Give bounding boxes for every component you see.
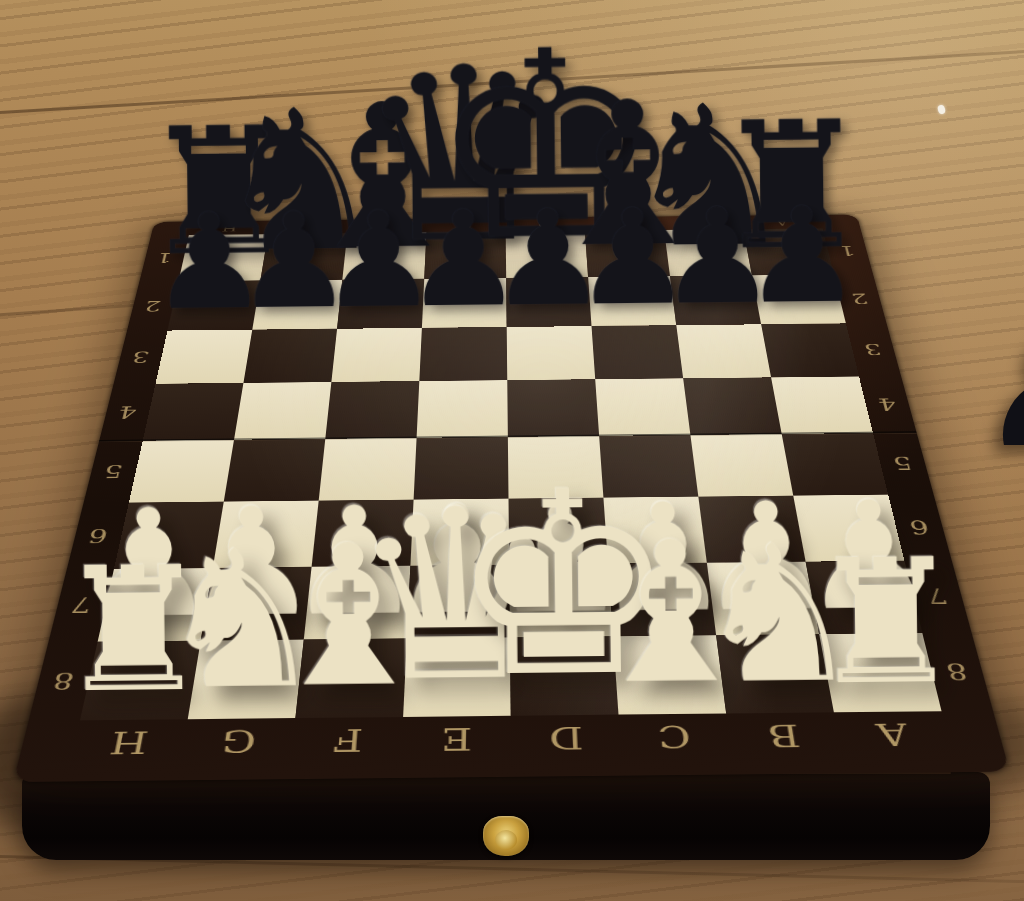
square-f3[interactable]: [331, 328, 421, 382]
file-label-b: B: [726, 712, 841, 754]
square-g4[interactable]: [234, 382, 331, 440]
square-d4[interactable]: [507, 379, 599, 437]
file-label-h: H: [71, 719, 188, 761]
square-f4[interactable]: [325, 381, 419, 439]
piece-black-pawn[interactable]: ♟: [743, 190, 862, 323]
file-label-d: D: [511, 715, 622, 757]
square-e3[interactable]: [419, 327, 507, 381]
play-area: ♜♞♝♛♚♝♞♜♟♟♟♟♟♟♟♟♟♟♟♟♟♟♟♟♜♞♝♛♚♝♞♜: [80, 228, 942, 720]
scene: HGFEDCBA 12345678 12345678 ♜♞♝♛♚♝♞♜♟♟♟♟♟…: [0, 0, 1024, 901]
square-c4[interactable]: [595, 378, 690, 436]
file-label-a: A: [834, 711, 952, 753]
square-a2[interactable]: ♟: [752, 274, 846, 324]
file-label-c: C: [618, 713, 731, 755]
piece-white-rook[interactable]: ♜: [808, 536, 964, 709]
chess-board: HGFEDCBA 12345678 12345678 ♜♞♝♛♚♝♞♜♟♟♟♟♟…: [13, 214, 1010, 782]
square-g3[interactable]: [243, 329, 337, 383]
file-labels-near: HGFEDCBA: [66, 711, 956, 781]
file-label-f: F: [291, 717, 403, 759]
square-b4[interactable]: [683, 377, 782, 435]
board-perspective-wrapper: HGFEDCBA 12345678 12345678 ♜♞♝♛♚♝♞♜♟♟♟♟♟…: [0, 0, 1024, 901]
square-e4[interactable]: [417, 380, 508, 438]
file-label-e: E: [401, 716, 511, 758]
square-a8[interactable]: ♜: [819, 633, 941, 713]
square-h3[interactable]: [156, 330, 253, 384]
square-d3[interactable]: [507, 326, 595, 380]
square-c3[interactable]: [592, 325, 684, 379]
square-h4[interactable]: [143, 383, 244, 441]
off-board-black-pawn[interactable]: ♟: [975, 286, 1024, 474]
square-a4[interactable]: [771, 376, 873, 434]
square-b3[interactable]: [676, 324, 771, 378]
square-a3[interactable]: [761, 323, 859, 377]
file-label-g: G: [181, 718, 295, 760]
